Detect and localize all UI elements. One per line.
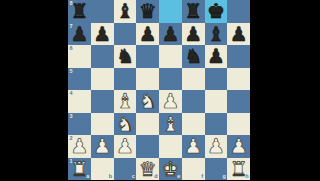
rank-label-3: 3: [70, 114, 73, 120]
piece-black-pawn: ♟: [230, 23, 248, 43]
square-a8[interactable]: 8♜: [68, 0, 91, 23]
file-label-f: f: [201, 174, 203, 180]
square-e7[interactable]: ♟: [159, 23, 182, 46]
square-d7[interactable]: ♟: [136, 23, 159, 46]
square-e5[interactable]: [159, 68, 182, 91]
file-label-g: g: [222, 174, 225, 180]
square-h1[interactable]: h♜: [227, 158, 250, 181]
square-e3[interactable]: ♝: [159, 113, 182, 136]
square-a7[interactable]: 7♟: [68, 23, 91, 46]
square-b4[interactable]: [91, 90, 114, 113]
square-a3[interactable]: 3: [68, 113, 91, 136]
square-h6[interactable]: [227, 45, 250, 68]
square-f4[interactable]: [182, 90, 205, 113]
square-b5[interactable]: [91, 68, 114, 91]
piece-black-pawn: ♟: [184, 23, 202, 43]
piece-black-rook: ♜: [70, 1, 88, 21]
square-h4[interactable]: [227, 90, 250, 113]
piece-black-bishop: ♝: [207, 23, 225, 43]
square-f6[interactable]: ♞: [182, 45, 205, 68]
piece-white-pawn: ♟: [230, 136, 248, 156]
square-d3[interactable]: [136, 113, 159, 136]
piece-white-rook: ♜: [230, 158, 248, 178]
piece-white-knight: ♞: [116, 113, 134, 133]
video-thumbnail: 8♜♝♛♜♚7♟♟♟♟♟♝♟6♞♞♟54♝♞♟3♞♝2♟♟♟♟♟♟1a♜bcd♛…: [0, 0, 320, 180]
square-a5[interactable]: 5: [68, 68, 91, 91]
square-e2[interactable]: [159, 135, 182, 158]
piece-black-knight: ♞: [184, 46, 202, 66]
file-label-b: b: [109, 174, 112, 180]
piece-white-queen: ♛: [139, 158, 157, 178]
rank-label-6: 6: [70, 46, 73, 52]
file-label-c: c: [132, 174, 135, 180]
square-b6[interactable]: [91, 45, 114, 68]
square-c8[interactable]: ♝: [114, 0, 137, 23]
piece-black-queen: ♛: [139, 1, 157, 21]
piece-white-pawn: ♟: [93, 136, 111, 156]
square-h8[interactable]: [227, 0, 250, 23]
piece-white-pawn: ♟: [116, 136, 134, 156]
square-g6[interactable]: ♟: [205, 45, 228, 68]
square-e6[interactable]: [159, 45, 182, 68]
square-b7[interactable]: ♟: [91, 23, 114, 46]
square-g8[interactable]: ♚: [205, 0, 228, 23]
piece-black-knight: ♞: [116, 46, 134, 66]
square-e4[interactable]: ♟: [159, 90, 182, 113]
piece-black-pawn: ♟: [139, 23, 157, 43]
square-c1[interactable]: c: [114, 158, 137, 181]
piece-white-bishop: ♝: [116, 91, 134, 111]
piece-black-king: ♚: [207, 1, 225, 21]
square-d8[interactable]: ♛: [136, 0, 159, 23]
letterbox-left: [0, 0, 68, 180]
square-a2[interactable]: 2♟: [68, 135, 91, 158]
square-a6[interactable]: 6: [68, 45, 91, 68]
square-e1[interactable]: e♚: [159, 158, 182, 181]
square-f5[interactable]: [182, 68, 205, 91]
piece-black-pawn: ♟: [207, 46, 225, 66]
square-h7[interactable]: ♟: [227, 23, 250, 46]
square-g1[interactable]: g: [205, 158, 228, 181]
square-d2[interactable]: [136, 135, 159, 158]
piece-white-pawn: ♟: [207, 136, 225, 156]
square-d5[interactable]: [136, 68, 159, 91]
square-c5[interactable]: [114, 68, 137, 91]
piece-black-pawn: ♟: [70, 23, 88, 43]
chess-board: 8♜♝♛♜♚7♟♟♟♟♟♝♟6♞♞♟54♝♞♟3♞♝2♟♟♟♟♟♟1a♜bcd♛…: [68, 0, 250, 180]
square-f3[interactable]: [182, 113, 205, 136]
rank-label-4: 4: [70, 91, 73, 97]
piece-white-rook: ♜: [70, 158, 88, 178]
rank-label-5: 5: [70, 69, 73, 75]
square-b8[interactable]: [91, 0, 114, 23]
square-h2[interactable]: ♟: [227, 135, 250, 158]
piece-white-pawn: ♟: [70, 136, 88, 156]
square-b3[interactable]: [91, 113, 114, 136]
square-f1[interactable]: f: [182, 158, 205, 181]
square-c4[interactable]: ♝: [114, 90, 137, 113]
piece-black-rook: ♜: [184, 1, 202, 21]
piece-white-bishop: ♝: [161, 113, 179, 133]
square-a4[interactable]: 4: [68, 90, 91, 113]
square-b1[interactable]: b: [91, 158, 114, 181]
square-b2[interactable]: ♟: [91, 135, 114, 158]
square-e8[interactable]: [159, 0, 182, 23]
square-d1[interactable]: d♛: [136, 158, 159, 181]
square-d6[interactable]: [136, 45, 159, 68]
square-c7[interactable]: [114, 23, 137, 46]
square-f8[interactable]: ♜: [182, 0, 205, 23]
square-g7[interactable]: ♝: [205, 23, 228, 46]
square-c6[interactable]: ♞: [114, 45, 137, 68]
piece-white-king: ♚: [161, 158, 179, 178]
piece-white-pawn: ♟: [184, 136, 202, 156]
square-c3[interactable]: ♞: [114, 113, 137, 136]
square-a1[interactable]: 1a♜: [68, 158, 91, 181]
letterbox-right: [250, 0, 320, 180]
square-g2[interactable]: ♟: [205, 135, 228, 158]
square-c2[interactable]: ♟: [114, 135, 137, 158]
square-g4[interactable]: [205, 90, 228, 113]
piece-white-knight: ♞: [139, 91, 157, 111]
piece-black-bishop: ♝: [116, 1, 134, 21]
square-f7[interactable]: ♟: [182, 23, 205, 46]
piece-black-pawn: ♟: [93, 23, 111, 43]
piece-black-pawn: ♟: [161, 23, 179, 43]
square-d4[interactable]: ♞: [136, 90, 159, 113]
square-h3[interactable]: [227, 113, 250, 136]
piece-white-pawn: ♟: [161, 91, 179, 111]
square-h5[interactable]: [227, 68, 250, 91]
square-f2[interactable]: ♟: [182, 135, 205, 158]
square-g3[interactable]: [205, 113, 228, 136]
square-g5[interactable]: [205, 68, 228, 91]
